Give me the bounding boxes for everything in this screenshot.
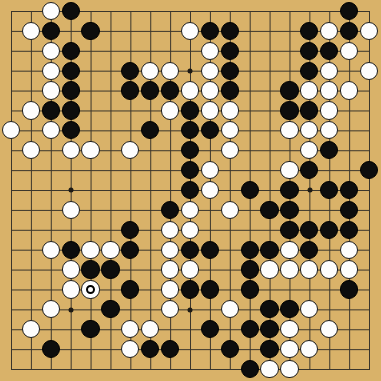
black-stone (62, 101, 80, 119)
white-stone (280, 320, 298, 338)
white-stone (161, 300, 179, 318)
black-stone (42, 101, 60, 119)
white-stone (201, 81, 219, 99)
black-stone (101, 300, 119, 318)
white-stone (280, 161, 298, 179)
white-stone (161, 260, 179, 278)
black-stone (320, 141, 338, 159)
black-stone (260, 320, 278, 338)
white-stone (161, 280, 179, 298)
white-stone (340, 241, 358, 259)
white-stone (141, 320, 159, 338)
white-stone (221, 101, 239, 119)
black-stone (181, 121, 199, 139)
black-stone (280, 201, 298, 219)
black-stone (221, 81, 239, 99)
white-stone (221, 201, 239, 219)
white-stone (320, 101, 338, 119)
black-stone (221, 340, 239, 358)
white-stone (62, 201, 80, 219)
white-stone (320, 320, 338, 338)
white-stone (42, 121, 60, 139)
black-stone (340, 22, 358, 40)
white-stone (201, 101, 219, 119)
black-stone (340, 221, 358, 239)
black-stone (320, 221, 338, 239)
black-stone (161, 81, 179, 99)
black-stone (62, 81, 80, 99)
white-stone (340, 42, 358, 60)
black-stone (300, 241, 318, 259)
black-stone (280, 300, 298, 318)
white-stone (22, 22, 40, 40)
white-stone (280, 241, 298, 259)
black-stone (340, 181, 358, 199)
black-stone (241, 360, 259, 378)
white-stone (161, 62, 179, 80)
black-stone (201, 280, 219, 298)
black-stone (260, 340, 278, 358)
white-stone (221, 121, 239, 139)
white-stone (42, 300, 60, 318)
black-stone (62, 241, 80, 259)
black-stone (161, 340, 179, 358)
black-stone (300, 101, 318, 119)
black-stone (121, 81, 139, 99)
black-stone (81, 320, 99, 338)
white-stone (300, 141, 318, 159)
black-stone (241, 241, 259, 259)
white-stone (42, 62, 60, 80)
white-stone (42, 42, 60, 60)
black-stone (62, 121, 80, 139)
white-stone (22, 320, 40, 338)
black-stone (260, 300, 278, 318)
black-stone (340, 201, 358, 219)
white-stone-marked (81, 280, 99, 298)
white-stone (300, 260, 318, 278)
white-stone (201, 42, 219, 60)
white-stone (22, 101, 40, 119)
black-stone (181, 181, 199, 199)
white-stone (201, 62, 219, 80)
black-stone (81, 22, 99, 40)
black-stone (201, 121, 219, 139)
black-stone (121, 221, 139, 239)
white-stone (280, 340, 298, 358)
white-stone (81, 241, 99, 259)
white-stone (221, 300, 239, 318)
black-stone (300, 161, 318, 179)
white-stone (221, 141, 239, 159)
white-stone (161, 101, 179, 119)
black-stone (340, 2, 358, 20)
black-stone (121, 241, 139, 259)
white-stone (42, 2, 60, 20)
black-stone (300, 42, 318, 60)
white-stone (121, 320, 139, 338)
white-stone (181, 260, 199, 278)
white-stone (300, 121, 318, 139)
white-stone (62, 141, 80, 159)
black-stone (201, 241, 219, 259)
black-stone (121, 62, 139, 80)
black-stone (241, 181, 259, 199)
white-stone (360, 62, 378, 80)
white-stone (101, 241, 119, 259)
white-stone (62, 280, 80, 298)
white-stone (141, 62, 159, 80)
black-stone (320, 181, 338, 199)
white-stone (260, 260, 278, 278)
black-stone (280, 81, 298, 99)
stones-layer (1, 1, 379, 379)
black-stone (260, 241, 278, 259)
black-stone (221, 22, 239, 40)
black-stone (300, 22, 318, 40)
black-stone (181, 141, 199, 159)
white-stone (201, 161, 219, 179)
black-stone (181, 280, 199, 298)
white-stone (22, 141, 40, 159)
black-stone (42, 22, 60, 40)
white-stone (300, 300, 318, 318)
white-stone (320, 81, 338, 99)
black-stone (280, 101, 298, 119)
white-stone (340, 81, 358, 99)
black-stone (260, 201, 278, 219)
white-stone (62, 260, 80, 278)
black-stone (280, 181, 298, 199)
white-stone (81, 141, 99, 159)
black-stone (181, 161, 199, 179)
black-stone (141, 121, 159, 139)
black-stone (121, 280, 139, 298)
black-stone (280, 221, 298, 239)
white-stone (280, 121, 298, 139)
white-stone (300, 81, 318, 99)
white-stone (181, 22, 199, 40)
black-stone (181, 101, 199, 119)
white-stone (161, 221, 179, 239)
white-stone (42, 81, 60, 99)
go-board[interactable] (0, 0, 381, 381)
white-stone (320, 121, 338, 139)
white-stone (121, 340, 139, 358)
white-stone (121, 141, 139, 159)
black-stone (141, 340, 159, 358)
black-stone (62, 42, 80, 60)
black-stone (42, 340, 60, 358)
black-stone (360, 161, 378, 179)
white-stone (42, 241, 60, 259)
black-stone (300, 62, 318, 80)
black-stone (81, 260, 99, 278)
white-stone (320, 22, 338, 40)
black-stone (201, 320, 219, 338)
black-stone (101, 260, 119, 278)
black-stone (181, 241, 199, 259)
white-stone (320, 62, 338, 80)
white-stone (181, 81, 199, 99)
black-stone (241, 280, 259, 298)
white-stone (280, 360, 298, 378)
black-stone (161, 201, 179, 219)
black-stone (241, 260, 259, 278)
white-stone (320, 260, 338, 278)
black-stone (221, 42, 239, 60)
black-stone (62, 2, 80, 20)
black-stone (340, 280, 358, 298)
black-stone (201, 22, 219, 40)
white-stone (340, 260, 358, 278)
white-stone (201, 181, 219, 199)
white-stone (181, 221, 199, 239)
black-stone (62, 62, 80, 80)
black-stone (141, 81, 159, 99)
black-stone (300, 221, 318, 239)
black-stone (320, 42, 338, 60)
black-stone (221, 62, 239, 80)
white-stone (280, 260, 298, 278)
white-stone (181, 201, 199, 219)
white-stone (260, 360, 278, 378)
white-stone (2, 121, 20, 139)
white-stone (161, 241, 179, 259)
black-stone (241, 320, 259, 338)
white-stone (300, 340, 318, 358)
white-stone (360, 22, 378, 40)
